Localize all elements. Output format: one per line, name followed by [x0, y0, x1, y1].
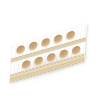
pit-back-1[interactable]	[16, 44, 25, 55]
pit-back-2[interactable]	[28, 41, 37, 52]
pit-front-4[interactable]	[59, 48, 68, 59]
pit-front-5[interactable]	[72, 45, 81, 56]
pit-back-5[interactable]	[66, 30, 75, 41]
product-photo-canvas	[0, 0, 100, 100]
pit-back-4[interactable]	[53, 34, 62, 45]
pit-front-1[interactable]	[22, 59, 31, 70]
pit-back-3[interactable]	[41, 37, 50, 48]
pit-front-3[interactable]	[47, 52, 56, 63]
pit-front-2[interactable]	[34, 55, 43, 66]
